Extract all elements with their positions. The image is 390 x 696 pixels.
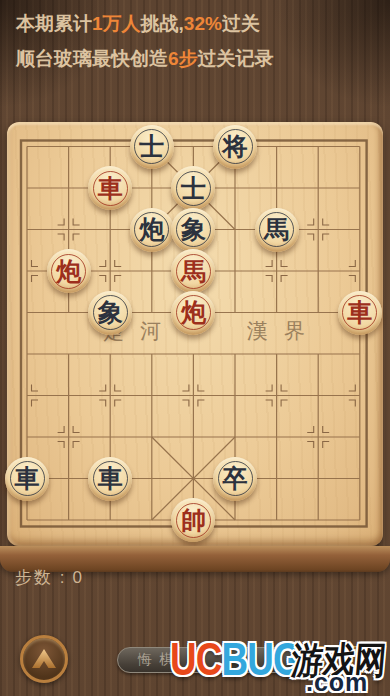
piece-black-炮[interactable]: 炮 (130, 208, 174, 252)
piece-red-帥[interactable]: 帥 (171, 498, 215, 542)
move-counter: 步数 :0 (15, 566, 84, 589)
piece-black-将[interactable]: 将 (213, 125, 257, 169)
piece-red-炮[interactable]: 炮 (47, 249, 91, 293)
undo-button-label: 悔棋 (138, 651, 180, 667)
piece-black-車[interactable]: 車 (5, 457, 49, 501)
piece-red-馬[interactable]: 馬 (171, 249, 215, 293)
restart-button[interactable] (300, 646, 378, 673)
piece-black-馬[interactable]: 馬 (255, 208, 299, 252)
piece-black-象[interactable]: 象 (88, 291, 132, 335)
challenge-banner: 本期累计1万人挑战,32%过关 顺台玻璃最快创造6步过关记录 (16, 6, 274, 76)
pieces-layer: 士将車士炮象馬炮馬象炮車車車卒帥 (7, 122, 383, 546)
piece-red-車[interactable]: 車 (338, 291, 382, 335)
piece-red-車[interactable]: 車 (88, 166, 132, 210)
piece-black-象[interactable]: 象 (171, 208, 215, 252)
piece-red-炮[interactable]: 炮 (171, 291, 215, 335)
banner-line-2: 顺台玻璃最快创造6步过关记录 (16, 41, 274, 76)
piece-black-卒[interactable]: 卒 (213, 457, 257, 501)
arrow-up-icon (30, 647, 58, 671)
move-counter-label: 步数 : (15, 568, 66, 587)
piece-black-車[interactable]: 車 (88, 457, 132, 501)
move-counter-value: 0 (72, 568, 83, 587)
piece-black-士[interactable]: 士 (171, 166, 215, 210)
undo-button[interactable]: 悔棋 (117, 647, 297, 673)
piece-black-士[interactable]: 士 (130, 125, 174, 169)
banner-line-1: 本期累计1万人挑战,32%过关 (16, 6, 274, 41)
expand-button[interactable] (20, 635, 68, 683)
xiangqi-app: 本期累计1万人挑战,32%过关 顺台玻璃最快创造6步过关记录 楚河 漢界 士将車… (0, 0, 390, 696)
xiangqi-board[interactable]: 楚河 漢界 士将車士炮象馬炮馬象炮車車車卒帥 (7, 122, 383, 546)
